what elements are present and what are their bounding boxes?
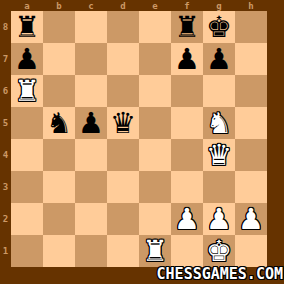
- square-d6[interactable]: [107, 75, 139, 107]
- square-g3[interactable]: [203, 171, 235, 203]
- square-d3[interactable]: [107, 171, 139, 203]
- square-a1[interactable]: [11, 235, 43, 267]
- square-a4[interactable]: [11, 139, 43, 171]
- square-g6[interactable]: [203, 75, 235, 107]
- square-h5[interactable]: [235, 107, 267, 139]
- square-c3[interactable]: [75, 171, 107, 203]
- square-f1[interactable]: [171, 235, 203, 267]
- rank-label-5: 5: [0, 107, 11, 139]
- square-d8[interactable]: [107, 11, 139, 43]
- piece-white-pawn: ♟: [174, 203, 200, 235]
- square-e6[interactable]: [139, 75, 171, 107]
- square-f3[interactable]: [171, 171, 203, 203]
- square-c8[interactable]: [75, 11, 107, 43]
- square-c7[interactable]: [75, 43, 107, 75]
- square-a8[interactable]: ♜: [11, 11, 43, 43]
- square-b4[interactable]: [43, 139, 75, 171]
- piece-white-pawn: ♟: [206, 203, 232, 235]
- square-h6[interactable]: [235, 75, 267, 107]
- rank-label-1: 1: [0, 235, 11, 267]
- rank-label-8: 8: [0, 11, 11, 43]
- piece-black-pawn: ♟: [174, 43, 200, 75]
- piece-black-rook: ♜: [174, 11, 200, 43]
- square-h4[interactable]: [235, 139, 267, 171]
- rank-labels: 87654321: [0, 11, 11, 267]
- square-e3[interactable]: [139, 171, 171, 203]
- piece-black-king: ♚: [206, 11, 232, 43]
- square-g2[interactable]: ♟: [203, 203, 235, 235]
- square-c6[interactable]: [75, 75, 107, 107]
- piece-white-rook: ♜: [142, 235, 168, 267]
- square-h7[interactable]: [235, 43, 267, 75]
- rank-label-3: 3: [0, 171, 11, 203]
- rank-label-6: 6: [0, 75, 11, 107]
- piece-black-pawn: ♟: [206, 43, 232, 75]
- square-h3[interactable]: [235, 171, 267, 203]
- square-f6[interactable]: [171, 75, 203, 107]
- square-c2[interactable]: [75, 203, 107, 235]
- square-b7[interactable]: [43, 43, 75, 75]
- square-g7[interactable]: ♟: [203, 43, 235, 75]
- square-e4[interactable]: [139, 139, 171, 171]
- square-e5[interactable]: [139, 107, 171, 139]
- square-a7[interactable]: ♟: [11, 43, 43, 75]
- square-f7[interactable]: ♟: [171, 43, 203, 75]
- square-e7[interactable]: [139, 43, 171, 75]
- square-b8[interactable]: [43, 11, 75, 43]
- square-a3[interactable]: [11, 171, 43, 203]
- piece-white-pawn: ♟: [238, 203, 264, 235]
- piece-black-knight: ♞: [46, 107, 72, 139]
- square-h8[interactable]: [235, 11, 267, 43]
- square-d2[interactable]: [107, 203, 139, 235]
- square-f2[interactable]: ♟: [171, 203, 203, 235]
- square-b5[interactable]: ♞: [43, 107, 75, 139]
- piece-white-knight: ♞: [206, 107, 232, 139]
- square-h2[interactable]: ♟: [235, 203, 267, 235]
- piece-white-rook: ♜: [14, 75, 40, 107]
- piece-black-pawn: ♟: [14, 43, 40, 75]
- chess-diagram: abcdefgh 87654321 ♜♜♚♟♟♟♜♞♟♛♞♛♟♟♟♜♚ CHES…: [0, 0, 284, 284]
- piece-black-pawn: ♟: [78, 107, 104, 139]
- square-b1[interactable]: [43, 235, 75, 267]
- watermark: CHESSGAMES.COM: [157, 265, 283, 283]
- piece-black-queen: ♛: [110, 107, 136, 139]
- rank-label-7: 7: [0, 43, 11, 75]
- square-g8[interactable]: ♚: [203, 11, 235, 43]
- rank-label-4: 4: [0, 139, 11, 171]
- square-g4[interactable]: ♛: [203, 139, 235, 171]
- square-d1[interactable]: [107, 235, 139, 267]
- rank-label-2: 2: [0, 203, 11, 235]
- square-b3[interactable]: [43, 171, 75, 203]
- square-f4[interactable]: [171, 139, 203, 171]
- square-a5[interactable]: [11, 107, 43, 139]
- square-e1[interactable]: ♜: [139, 235, 171, 267]
- square-e2[interactable]: [139, 203, 171, 235]
- square-a2[interactable]: [11, 203, 43, 235]
- square-f8[interactable]: ♜: [171, 11, 203, 43]
- square-h1[interactable]: [235, 235, 267, 267]
- square-g1[interactable]: ♚: [203, 235, 235, 267]
- square-g5[interactable]: ♞: [203, 107, 235, 139]
- piece-white-queen: ♛: [206, 139, 232, 171]
- piece-black-rook: ♜: [14, 11, 40, 43]
- square-c4[interactable]: [75, 139, 107, 171]
- square-c1[interactable]: [75, 235, 107, 267]
- square-f5[interactable]: [171, 107, 203, 139]
- square-b6[interactable]: [43, 75, 75, 107]
- square-d7[interactable]: [107, 43, 139, 75]
- board: ♜♜♚♟♟♟♜♞♟♛♞♛♟♟♟♜♚: [11, 11, 267, 267]
- square-b2[interactable]: [43, 203, 75, 235]
- piece-white-king: ♚: [206, 235, 232, 267]
- square-d4[interactable]: [107, 139, 139, 171]
- square-e8[interactable]: [139, 11, 171, 43]
- square-a6[interactable]: ♜: [11, 75, 43, 107]
- square-c5[interactable]: ♟: [75, 107, 107, 139]
- square-d5[interactable]: ♛: [107, 107, 139, 139]
